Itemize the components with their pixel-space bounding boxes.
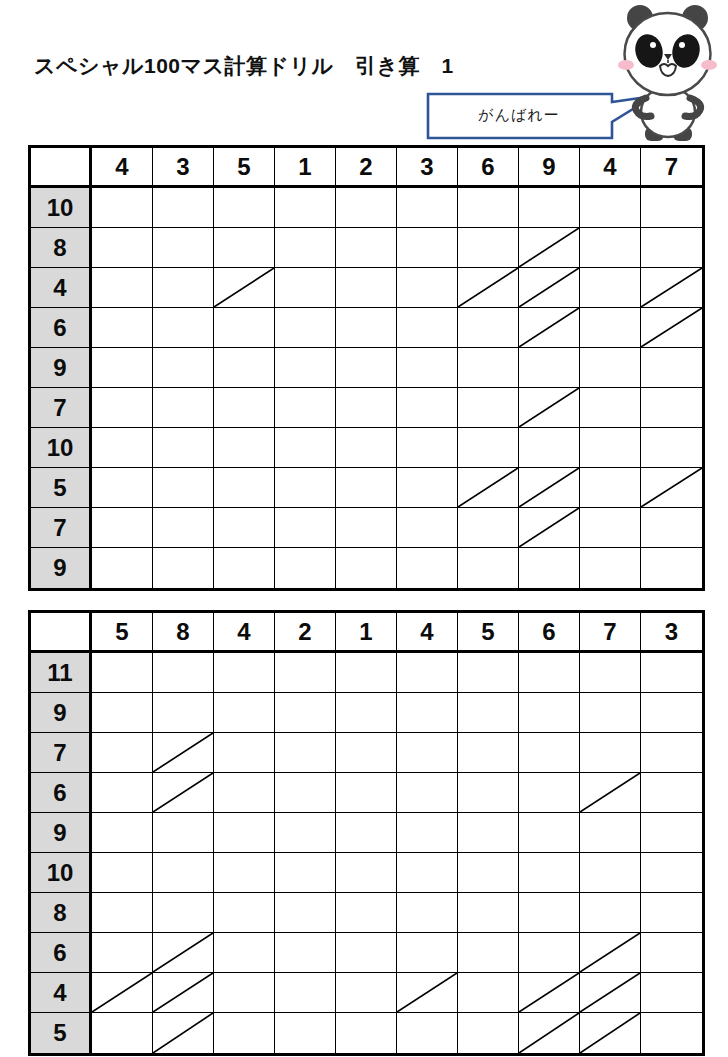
answer-cell bbox=[397, 428, 458, 468]
left-header-cell: 8 bbox=[31, 228, 92, 268]
answer-cell bbox=[641, 388, 702, 428]
answer-cell bbox=[397, 308, 458, 348]
answer-cell bbox=[641, 508, 702, 548]
answer-cell bbox=[92, 933, 153, 973]
answer-cell bbox=[275, 308, 336, 348]
answer-cell bbox=[397, 693, 458, 733]
left-header-cell: 7 bbox=[31, 508, 92, 548]
panda-mascot-icon bbox=[614, 2, 724, 142]
answer-cell bbox=[580, 388, 641, 428]
answer-cell bbox=[214, 893, 275, 933]
answer-cell bbox=[275, 188, 336, 228]
answer-cell bbox=[397, 348, 458, 388]
top-header-cell: 4 bbox=[214, 613, 275, 653]
answer-cell bbox=[580, 853, 641, 893]
answer-cell bbox=[580, 348, 641, 388]
answer-cell bbox=[214, 348, 275, 388]
top-header-cell: 2 bbox=[336, 148, 397, 188]
upper-grid: 4351236947108469710579 bbox=[28, 145, 705, 591]
answer-cell bbox=[458, 813, 519, 853]
slash-cell bbox=[519, 388, 580, 428]
answer-cell bbox=[92, 428, 153, 468]
top-header-cell: 4 bbox=[92, 148, 153, 188]
answer-cell bbox=[153, 308, 214, 348]
left-header-cell: 4 bbox=[31, 268, 92, 308]
left-header-cell: 7 bbox=[31, 733, 92, 773]
left-header-cell: 11 bbox=[31, 653, 92, 693]
top-header-cell: 9 bbox=[519, 148, 580, 188]
answer-cell bbox=[458, 733, 519, 773]
answer-cell bbox=[641, 348, 702, 388]
answer-cell bbox=[458, 548, 519, 588]
answer-cell bbox=[214, 228, 275, 268]
answer-cell bbox=[641, 428, 702, 468]
answer-cell bbox=[153, 853, 214, 893]
left-header-cell: 10 bbox=[31, 428, 92, 468]
answer-cell bbox=[153, 653, 214, 693]
answer-cell bbox=[519, 813, 580, 853]
slash-cell bbox=[153, 773, 214, 813]
answer-cell bbox=[641, 548, 702, 588]
answer-cell bbox=[336, 893, 397, 933]
top-header-cell: 3 bbox=[641, 613, 702, 653]
left-header-cell: 9 bbox=[31, 548, 92, 588]
answer-cell bbox=[336, 813, 397, 853]
answer-cell bbox=[153, 548, 214, 588]
answer-cell bbox=[214, 308, 275, 348]
slash-cell bbox=[458, 268, 519, 308]
left-header-cell: 5 bbox=[31, 1013, 92, 1053]
answer-cell bbox=[397, 508, 458, 548]
answer-cell bbox=[580, 813, 641, 853]
left-header-cell: 6 bbox=[31, 933, 92, 973]
answer-cell bbox=[275, 508, 336, 548]
answer-cell bbox=[92, 813, 153, 853]
top-header-cell: 3 bbox=[397, 148, 458, 188]
answer-cell bbox=[153, 813, 214, 853]
answer-cell bbox=[275, 773, 336, 813]
answer-cell bbox=[641, 933, 702, 973]
answer-cell bbox=[214, 653, 275, 693]
top-header-cell: 8 bbox=[153, 613, 214, 653]
answer-cell bbox=[92, 693, 153, 733]
answer-cell bbox=[275, 733, 336, 773]
answer-cell bbox=[397, 813, 458, 853]
answer-cell bbox=[336, 388, 397, 428]
answer-cell bbox=[458, 693, 519, 733]
top-header-cell: 5 bbox=[214, 148, 275, 188]
top-header-cell: 3 bbox=[153, 148, 214, 188]
answer-cell bbox=[92, 508, 153, 548]
answer-cell bbox=[641, 773, 702, 813]
answer-cell bbox=[336, 548, 397, 588]
answer-cell bbox=[275, 973, 336, 1013]
slash-cell bbox=[580, 973, 641, 1013]
answer-cell bbox=[214, 933, 275, 973]
answer-cell bbox=[336, 853, 397, 893]
top-header-cell: 6 bbox=[519, 613, 580, 653]
answer-cell bbox=[641, 188, 702, 228]
answer-cell bbox=[397, 1013, 458, 1053]
left-header-cell: 9 bbox=[31, 813, 92, 853]
answer-cell bbox=[336, 1013, 397, 1053]
answer-cell bbox=[336, 693, 397, 733]
answer-cell bbox=[397, 548, 458, 588]
answer-cell bbox=[92, 468, 153, 508]
answer-cell bbox=[641, 653, 702, 693]
answer-cell bbox=[92, 348, 153, 388]
slash-cell bbox=[641, 468, 702, 508]
answer-cell bbox=[397, 653, 458, 693]
answer-cell bbox=[336, 773, 397, 813]
answer-cell bbox=[275, 1013, 336, 1053]
left-header-cell: 8 bbox=[31, 893, 92, 933]
answer-cell bbox=[458, 653, 519, 693]
answer-cell bbox=[214, 813, 275, 853]
answer-cell bbox=[397, 468, 458, 508]
answer-cell bbox=[336, 188, 397, 228]
answer-cell bbox=[275, 853, 336, 893]
answer-cell bbox=[92, 388, 153, 428]
answer-cell bbox=[336, 733, 397, 773]
answer-cell bbox=[397, 188, 458, 228]
lower-grid: 5842145673119769108645 bbox=[28, 610, 705, 1056]
answer-cell bbox=[397, 388, 458, 428]
answer-cell bbox=[458, 308, 519, 348]
answer-cell bbox=[580, 653, 641, 693]
answer-cell bbox=[580, 188, 641, 228]
answer-cell bbox=[214, 468, 275, 508]
answer-cell bbox=[458, 428, 519, 468]
top-header-cell: 5 bbox=[92, 613, 153, 653]
slash-cell bbox=[153, 933, 214, 973]
answer-cell bbox=[336, 428, 397, 468]
answer-cell bbox=[580, 268, 641, 308]
left-header-cell: 10 bbox=[31, 853, 92, 893]
slash-cell bbox=[519, 308, 580, 348]
slash-cell bbox=[580, 933, 641, 973]
answer-cell bbox=[397, 853, 458, 893]
answer-cell bbox=[92, 228, 153, 268]
slash-cell bbox=[153, 973, 214, 1013]
corner-cell bbox=[31, 148, 92, 188]
answer-cell bbox=[641, 853, 702, 893]
answer-cell bbox=[92, 893, 153, 933]
answer-cell bbox=[519, 853, 580, 893]
answer-cell bbox=[336, 653, 397, 693]
answer-cell bbox=[336, 268, 397, 308]
answer-cell bbox=[519, 893, 580, 933]
slash-cell bbox=[397, 973, 458, 1013]
answer-cell bbox=[580, 893, 641, 933]
answer-cell bbox=[92, 773, 153, 813]
corner-cell bbox=[31, 613, 92, 653]
answer-cell bbox=[580, 228, 641, 268]
answer-cell bbox=[397, 893, 458, 933]
slash-cell bbox=[153, 733, 214, 773]
answer-cell bbox=[519, 348, 580, 388]
answer-cell bbox=[153, 468, 214, 508]
left-header-cell: 9 bbox=[31, 693, 92, 733]
answer-cell bbox=[214, 973, 275, 1013]
answer-cell bbox=[580, 693, 641, 733]
answer-cell bbox=[275, 348, 336, 388]
slash-cell bbox=[519, 1013, 580, 1053]
answer-cell bbox=[397, 933, 458, 973]
answer-cell bbox=[458, 228, 519, 268]
slash-cell bbox=[519, 973, 580, 1013]
slash-cell bbox=[519, 268, 580, 308]
left-header-cell: 4 bbox=[31, 973, 92, 1013]
answer-cell bbox=[153, 268, 214, 308]
answer-cell bbox=[153, 693, 214, 733]
slash-cell bbox=[214, 268, 275, 308]
answer-cell bbox=[580, 548, 641, 588]
answer-cell bbox=[153, 893, 214, 933]
slash-cell bbox=[641, 268, 702, 308]
answer-cell bbox=[92, 1013, 153, 1053]
top-header-cell: 4 bbox=[397, 613, 458, 653]
answer-cell bbox=[397, 228, 458, 268]
speech-bubble-text: がんばれー bbox=[426, 92, 612, 138]
answer-cell bbox=[519, 548, 580, 588]
left-header-cell: 9 bbox=[31, 348, 92, 388]
slash-cell bbox=[580, 1013, 641, 1053]
answer-cell bbox=[214, 188, 275, 228]
answer-cell bbox=[336, 508, 397, 548]
answer-cell bbox=[336, 308, 397, 348]
answer-cell bbox=[519, 428, 580, 468]
answer-cell bbox=[458, 188, 519, 228]
slash-cell bbox=[519, 228, 580, 268]
answer-cell bbox=[519, 933, 580, 973]
answer-cell bbox=[641, 693, 702, 733]
answer-cell bbox=[275, 548, 336, 588]
slash-cell bbox=[580, 773, 641, 813]
slash-cell bbox=[519, 468, 580, 508]
answer-cell bbox=[519, 188, 580, 228]
page-title: スペシャル100マス計算ドリル 引き算 1 bbox=[34, 52, 454, 80]
answer-cell bbox=[397, 268, 458, 308]
answer-cell bbox=[458, 933, 519, 973]
answer-cell bbox=[153, 428, 214, 468]
answer-cell bbox=[641, 973, 702, 1013]
answer-cell bbox=[458, 773, 519, 813]
answer-cell bbox=[458, 973, 519, 1013]
answer-cell bbox=[458, 348, 519, 388]
answer-cell bbox=[214, 508, 275, 548]
answer-cell bbox=[92, 653, 153, 693]
answer-cell bbox=[519, 773, 580, 813]
answer-cell bbox=[458, 388, 519, 428]
answer-cell bbox=[519, 733, 580, 773]
answer-cell bbox=[153, 348, 214, 388]
answer-cell bbox=[153, 388, 214, 428]
answer-cell bbox=[275, 228, 336, 268]
answer-cell bbox=[458, 853, 519, 893]
top-header-cell: 6 bbox=[458, 148, 519, 188]
answer-cell bbox=[336, 348, 397, 388]
answer-cell bbox=[397, 773, 458, 813]
answer-cell bbox=[275, 893, 336, 933]
left-header-cell: 10 bbox=[31, 188, 92, 228]
left-header-cell: 6 bbox=[31, 773, 92, 813]
answer-cell bbox=[92, 188, 153, 228]
answer-cell bbox=[458, 508, 519, 548]
answer-cell bbox=[641, 228, 702, 268]
answer-cell bbox=[153, 508, 214, 548]
answer-cell bbox=[519, 653, 580, 693]
answer-cell bbox=[214, 1013, 275, 1053]
top-header-cell: 7 bbox=[641, 148, 702, 188]
answer-cell bbox=[641, 893, 702, 933]
answer-cell bbox=[214, 773, 275, 813]
slash-cell bbox=[519, 508, 580, 548]
top-header-cell: 2 bbox=[275, 613, 336, 653]
left-header-cell: 5 bbox=[31, 468, 92, 508]
answer-cell bbox=[397, 733, 458, 773]
answer-cell bbox=[92, 548, 153, 588]
answer-cell bbox=[92, 853, 153, 893]
answer-cell bbox=[580, 468, 641, 508]
top-header-cell: 1 bbox=[336, 613, 397, 653]
left-header-cell: 7 bbox=[31, 388, 92, 428]
answer-cell bbox=[214, 388, 275, 428]
answer-cell bbox=[580, 308, 641, 348]
answer-cell bbox=[641, 1013, 702, 1053]
answer-cell bbox=[214, 548, 275, 588]
answer-cell bbox=[275, 268, 336, 308]
answer-cell bbox=[153, 188, 214, 228]
slash-cell bbox=[458, 468, 519, 508]
answer-cell bbox=[336, 973, 397, 1013]
answer-cell bbox=[275, 813, 336, 853]
slash-cell bbox=[153, 1013, 214, 1053]
answer-cell bbox=[458, 893, 519, 933]
top-header-cell: 4 bbox=[580, 148, 641, 188]
answer-cell bbox=[275, 468, 336, 508]
answer-cell bbox=[641, 813, 702, 853]
answer-cell bbox=[275, 653, 336, 693]
answer-cell bbox=[275, 693, 336, 733]
answer-cell bbox=[92, 308, 153, 348]
answer-cell bbox=[214, 853, 275, 893]
answer-cell bbox=[641, 733, 702, 773]
answer-cell bbox=[275, 388, 336, 428]
top-header-cell: 7 bbox=[580, 613, 641, 653]
answer-cell bbox=[153, 228, 214, 268]
answer-cell bbox=[580, 508, 641, 548]
slash-cell bbox=[92, 973, 153, 1013]
answer-cell bbox=[519, 693, 580, 733]
answer-cell bbox=[580, 733, 641, 773]
answer-cell bbox=[214, 693, 275, 733]
answer-cell bbox=[214, 428, 275, 468]
answer-cell bbox=[275, 933, 336, 973]
answer-cell bbox=[458, 1013, 519, 1053]
answer-cell bbox=[580, 428, 641, 468]
answer-cell bbox=[336, 468, 397, 508]
slash-cell bbox=[641, 308, 702, 348]
answer-cell bbox=[336, 228, 397, 268]
answer-cell bbox=[336, 933, 397, 973]
answer-cell bbox=[92, 268, 153, 308]
left-header-cell: 6 bbox=[31, 308, 92, 348]
answer-cell bbox=[214, 733, 275, 773]
top-header-cell: 1 bbox=[275, 148, 336, 188]
answer-cell bbox=[275, 428, 336, 468]
top-header-cell: 5 bbox=[458, 613, 519, 653]
answer-cell bbox=[92, 733, 153, 773]
